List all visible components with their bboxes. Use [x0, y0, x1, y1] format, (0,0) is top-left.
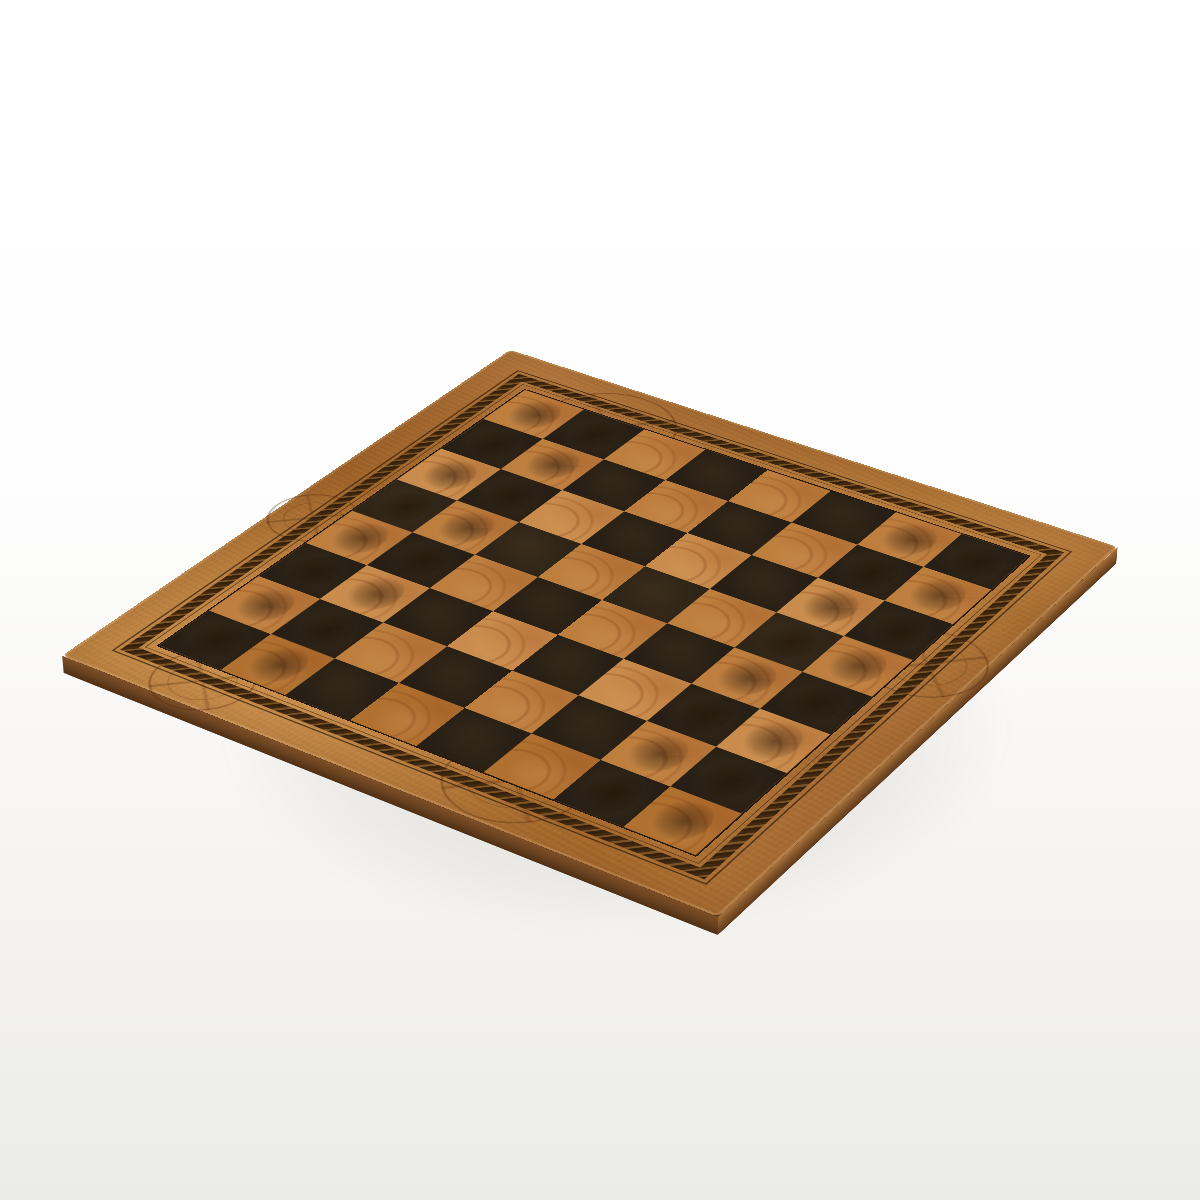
product-photo-scene: ♜♞♝♛♚♝♞♜♟♟♟♟♟♟♟♟♟♟♟♟♟♟♟♟♜♞♝♚♛♝♞♜: [0, 0, 1200, 1200]
piece-black-gold-rook[interactable]: ♜: [635, 689, 739, 833]
piece-white-silver-pawn[interactable]: ♟: [242, 563, 322, 674]
square-a8[interactable]: ♜: [623, 786, 741, 855]
